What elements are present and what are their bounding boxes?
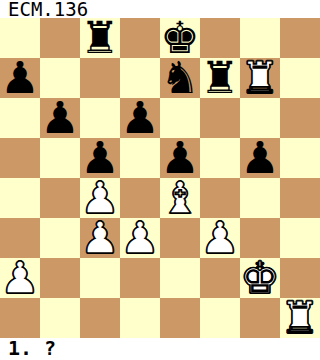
chess-board: ♜♚♟♞♜♜♟♟♟♟♟♟♝♟♟♟♟♚♜ bbox=[0, 18, 320, 338]
move-prompt: 1. ? bbox=[8, 338, 56, 360]
square-h1[interactable]: ♜ bbox=[280, 298, 320, 338]
square-f7[interactable]: ♜ bbox=[200, 58, 240, 98]
square-g1[interactable] bbox=[240, 298, 280, 338]
square-f1[interactable] bbox=[200, 298, 240, 338]
square-d5[interactable] bbox=[120, 138, 160, 178]
piece-white-king: ♚ bbox=[240, 258, 279, 298]
square-f6[interactable] bbox=[200, 98, 240, 138]
piece-black-pawn: ♟ bbox=[240, 138, 279, 178]
piece-black-pawn: ♟ bbox=[40, 98, 79, 138]
square-b2[interactable] bbox=[40, 258, 80, 298]
piece-white-rook: ♜ bbox=[280, 298, 319, 338]
square-h4[interactable] bbox=[280, 178, 320, 218]
piece-black-pawn: ♟ bbox=[120, 98, 159, 138]
square-e3[interactable] bbox=[160, 218, 200, 258]
square-c3[interactable]: ♟ bbox=[80, 218, 120, 258]
piece-white-pawn: ♟ bbox=[200, 218, 239, 258]
square-b6[interactable]: ♟ bbox=[40, 98, 80, 138]
square-g2[interactable]: ♚ bbox=[240, 258, 280, 298]
square-a5[interactable] bbox=[0, 138, 40, 178]
square-f5[interactable] bbox=[200, 138, 240, 178]
square-h8[interactable] bbox=[280, 18, 320, 58]
piece-white-pawn: ♟ bbox=[120, 218, 159, 258]
square-a1[interactable] bbox=[0, 298, 40, 338]
piece-white-rook: ♜ bbox=[240, 58, 279, 98]
square-g5[interactable]: ♟ bbox=[240, 138, 280, 178]
square-h7[interactable] bbox=[280, 58, 320, 98]
square-d8[interactable] bbox=[120, 18, 160, 58]
square-g7[interactable]: ♜ bbox=[240, 58, 280, 98]
square-d1[interactable] bbox=[120, 298, 160, 338]
piece-black-knight: ♞ bbox=[160, 58, 199, 98]
piece-white-bishop: ♝ bbox=[160, 178, 199, 218]
square-b5[interactable] bbox=[40, 138, 80, 178]
square-b1[interactable] bbox=[40, 298, 80, 338]
square-h6[interactable] bbox=[280, 98, 320, 138]
square-c8[interactable]: ♜ bbox=[80, 18, 120, 58]
chess-diagram: ECM.136 ♜♚♟♞♜♜♟♟♟♟♟♟♝♟♟♟♟♚♜ 1. ? bbox=[0, 0, 320, 360]
square-c1[interactable] bbox=[80, 298, 120, 338]
square-e4[interactable]: ♝ bbox=[160, 178, 200, 218]
diagram-title: ECM.136 bbox=[8, 0, 88, 18]
square-d2[interactable] bbox=[120, 258, 160, 298]
square-h3[interactable] bbox=[280, 218, 320, 258]
square-c7[interactable] bbox=[80, 58, 120, 98]
square-f2[interactable] bbox=[200, 258, 240, 298]
square-d3[interactable]: ♟ bbox=[120, 218, 160, 258]
square-e7[interactable]: ♞ bbox=[160, 58, 200, 98]
square-f3[interactable]: ♟ bbox=[200, 218, 240, 258]
square-c2[interactable] bbox=[80, 258, 120, 298]
square-b3[interactable] bbox=[40, 218, 80, 258]
square-b4[interactable] bbox=[40, 178, 80, 218]
piece-black-rook: ♜ bbox=[200, 58, 239, 98]
square-a4[interactable] bbox=[0, 178, 40, 218]
piece-white-pawn: ♟ bbox=[0, 258, 39, 298]
square-e2[interactable] bbox=[160, 258, 200, 298]
piece-black-pawn: ♟ bbox=[0, 58, 39, 98]
square-h5[interactable] bbox=[280, 138, 320, 178]
square-g4[interactable] bbox=[240, 178, 280, 218]
square-b8[interactable] bbox=[40, 18, 80, 58]
square-d6[interactable]: ♟ bbox=[120, 98, 160, 138]
square-a7[interactable]: ♟ bbox=[0, 58, 40, 98]
square-e1[interactable] bbox=[160, 298, 200, 338]
piece-black-rook: ♜ bbox=[80, 18, 119, 58]
square-a2[interactable]: ♟ bbox=[0, 258, 40, 298]
piece-white-pawn: ♟ bbox=[80, 218, 119, 258]
square-a6[interactable] bbox=[0, 98, 40, 138]
